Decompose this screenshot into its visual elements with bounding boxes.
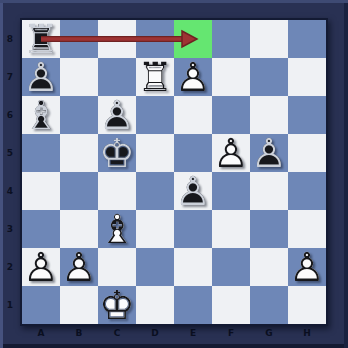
square-f7[interactable] bbox=[212, 58, 250, 96]
square-d8[interactable] bbox=[136, 20, 174, 58]
square-g8[interactable] bbox=[250, 20, 288, 58]
piece-outline-glyph: ♙ bbox=[288, 248, 326, 286]
piece-outline-glyph: ♖ bbox=[136, 58, 174, 96]
rank-label-2: 2 bbox=[0, 248, 20, 286]
square-b5[interactable] bbox=[60, 134, 98, 172]
rank-label-5: 5 bbox=[0, 134, 20, 172]
piece-outline-glyph: ♔ bbox=[98, 134, 136, 172]
black-pawn-icon-g5[interactable]: ♟♙ bbox=[250, 134, 288, 172]
piece-outline-glyph: ♙ bbox=[22, 248, 60, 286]
square-g6[interactable] bbox=[250, 96, 288, 134]
square-c8[interactable] bbox=[98, 20, 136, 58]
square-d3[interactable] bbox=[136, 210, 174, 248]
square-h3[interactable] bbox=[288, 210, 326, 248]
black-pawn-icon-c6[interactable]: ♟♙ bbox=[98, 96, 136, 134]
file-label-H: H bbox=[288, 326, 326, 340]
square-a5[interactable] bbox=[22, 134, 60, 172]
white-pawn-icon-a2[interactable]: ♟♙ bbox=[22, 248, 60, 286]
rank-label-7: 7 bbox=[0, 58, 20, 96]
square-f6[interactable] bbox=[212, 96, 250, 134]
square-d6[interactable] bbox=[136, 96, 174, 134]
square-a1[interactable] bbox=[22, 286, 60, 324]
square-h6[interactable] bbox=[288, 96, 326, 134]
square-a4[interactable] bbox=[22, 172, 60, 210]
white-king-icon-c1[interactable]: ♚♔ bbox=[98, 286, 136, 324]
rank-label-4: 4 bbox=[0, 172, 20, 210]
white-pawn-icon-f5[interactable]: ♟♙ bbox=[212, 134, 250, 172]
square-d4[interactable] bbox=[136, 172, 174, 210]
square-d2[interactable] bbox=[136, 248, 174, 286]
white-pawn-icon-h2[interactable]: ♟♙ bbox=[288, 248, 326, 286]
square-c2[interactable] bbox=[98, 248, 136, 286]
square-b8[interactable] bbox=[60, 20, 98, 58]
piece-outline-glyph: ♙ bbox=[98, 96, 136, 134]
black-pawn-icon-e4[interactable]: ♟♙ bbox=[174, 172, 212, 210]
black-bishop-icon-a6[interactable]: ♝♗ bbox=[22, 96, 60, 134]
board-frame: 87654321 ABCDEFGH ♜♖♟♙♝♗♟♙♚♔♟♙♟♙♜♖♟♙♟♙♝♗… bbox=[0, 0, 348, 348]
file-label-C: C bbox=[98, 326, 136, 340]
square-h8[interactable] bbox=[288, 20, 326, 58]
file-label-B: B bbox=[60, 326, 98, 340]
square-f2[interactable] bbox=[212, 248, 250, 286]
square-b7[interactable] bbox=[60, 58, 98, 96]
black-rook-icon-a8[interactable]: ♜♖ bbox=[22, 20, 60, 58]
square-e1[interactable] bbox=[174, 286, 212, 324]
white-pawn-icon-b2[interactable]: ♟♙ bbox=[60, 248, 98, 286]
piece-outline-glyph: ♙ bbox=[174, 58, 212, 96]
piece-outline-glyph: ♔ bbox=[98, 286, 136, 324]
piece-outline-glyph: ♗ bbox=[98, 210, 136, 248]
piece-outline-glyph: ♙ bbox=[212, 134, 250, 172]
square-h5[interactable] bbox=[288, 134, 326, 172]
square-a3[interactable] bbox=[22, 210, 60, 248]
highlighted-square-e8[interactable] bbox=[174, 20, 212, 58]
piece-outline-glyph: ♙ bbox=[250, 134, 288, 172]
square-e2[interactable] bbox=[174, 248, 212, 286]
square-e6[interactable] bbox=[174, 96, 212, 134]
square-f4[interactable] bbox=[212, 172, 250, 210]
square-f8[interactable] bbox=[212, 20, 250, 58]
square-f1[interactable] bbox=[212, 286, 250, 324]
white-bishop-icon-c3[interactable]: ♝♗ bbox=[98, 210, 136, 248]
square-d5[interactable] bbox=[136, 134, 174, 172]
file-label-D: D bbox=[136, 326, 174, 340]
piece-outline-glyph: ♖ bbox=[22, 20, 60, 58]
piece-outline-glyph: ♙ bbox=[174, 172, 212, 210]
file-label-G: G bbox=[250, 326, 288, 340]
rank-label-3: 3 bbox=[0, 210, 20, 248]
square-g2[interactable] bbox=[250, 248, 288, 286]
square-b4[interactable] bbox=[60, 172, 98, 210]
square-g7[interactable] bbox=[250, 58, 288, 96]
piece-outline-glyph: ♗ bbox=[22, 96, 60, 134]
chess-board: ♜♖♟♙♝♗♟♙♚♔♟♙♟♙♜♖♟♙♟♙♝♗♟♙♟♙♟♙♚♔ bbox=[20, 18, 328, 326]
square-b3[interactable] bbox=[60, 210, 98, 248]
square-b1[interactable] bbox=[60, 286, 98, 324]
black-pawn-icon-a7[interactable]: ♟♙ bbox=[22, 58, 60, 96]
black-king-icon-c5[interactable]: ♚♔ bbox=[98, 134, 136, 172]
square-g1[interactable] bbox=[250, 286, 288, 324]
square-h1[interactable] bbox=[288, 286, 326, 324]
square-e3[interactable] bbox=[174, 210, 212, 248]
square-h7[interactable] bbox=[288, 58, 326, 96]
square-g3[interactable] bbox=[250, 210, 288, 248]
square-g4[interactable] bbox=[250, 172, 288, 210]
square-d1[interactable] bbox=[136, 286, 174, 324]
file-label-A: A bbox=[22, 326, 60, 340]
square-f3[interactable] bbox=[212, 210, 250, 248]
square-h4[interactable] bbox=[288, 172, 326, 210]
file-label-E: E bbox=[174, 326, 212, 340]
square-e5[interactable] bbox=[174, 134, 212, 172]
square-b6[interactable] bbox=[60, 96, 98, 134]
rank-label-8: 8 bbox=[0, 20, 20, 58]
rank-label-6: 6 bbox=[0, 96, 20, 134]
square-c4[interactable] bbox=[98, 172, 136, 210]
piece-outline-glyph: ♙ bbox=[60, 248, 98, 286]
white-rook-icon-d7[interactable]: ♜♖ bbox=[136, 58, 174, 96]
piece-outline-glyph: ♙ bbox=[22, 58, 60, 96]
white-pawn-icon-e7[interactable]: ♟♙ bbox=[174, 58, 212, 96]
file-label-F: F bbox=[212, 326, 250, 340]
rank-label-1: 1 bbox=[0, 286, 20, 324]
square-c7[interactable] bbox=[98, 58, 136, 96]
